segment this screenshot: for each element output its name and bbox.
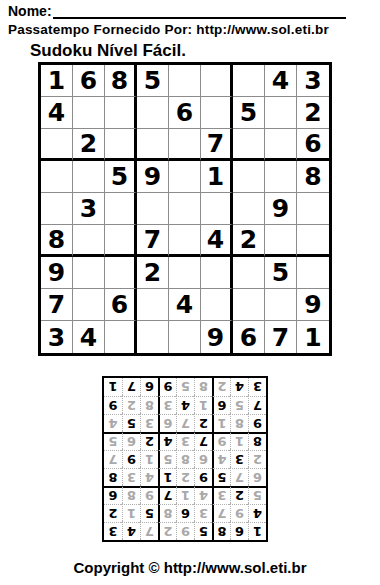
solution-cell-r8c6: 3 [158,396,176,414]
puzzle-cell-r5c2: 3 [73,193,105,225]
solution-cell-r9c8: 7 [122,378,140,396]
solution-cell-r8c4: 1 [194,396,212,414]
solution-cell-r2c2: 9 [230,504,248,522]
puzzle-cell-r7c1: 9 [41,257,73,289]
puzzle-cell-r8c8 [265,289,297,321]
sudoku-puzzle-page: Nome: Passatempo Fornecido Por: http://w… [0,0,380,585]
solution-cell-r3c8: 8 [122,486,140,504]
provided-by-text: Passatempo Fornecido Por: http://www.sol… [8,22,329,37]
puzzle-cell-r4c3: 5 [105,161,137,193]
puzzle-cell-r9c5 [169,321,201,353]
puzzle-cell-r4c4: 9 [137,161,169,193]
solution-cell-r5c3: 4 [212,450,230,468]
puzzle-cell-r7c9 [297,257,329,289]
puzzle-cell-r2c7: 5 [233,97,265,129]
puzzle-cell-r4c1 [41,161,73,193]
solution-cell-r2c1: 4 [248,504,266,522]
puzzle-cell-r3c3 [105,129,137,161]
puzzle-cell-r8c1: 7 [41,289,73,321]
solution-cell-r8c7: 8 [140,396,158,414]
puzzle-cell-r1c2: 6 [73,65,105,97]
solution-cell-r6c7: 2 [140,432,158,450]
puzzle-cell-r5c1 [41,193,73,225]
solution-cell-r2c4: 3 [194,504,212,522]
puzzle-cell-r8c4 [137,289,169,321]
solution-cell-r5c4: 6 [194,450,212,468]
solution-cell-r2c7: 5 [140,504,158,522]
puzzle-cell-r7c7 [233,257,265,289]
main-sudoku-grid: 168543465227659183987429257649349671 [38,62,332,356]
puzzle-cell-r5c4 [137,193,169,225]
solution-cell-r3c7: 9 [140,486,158,504]
solution-cell-r9c9: 1 [104,378,122,396]
solution-cell-r1c5: 9 [176,522,194,540]
solution-cell-r9c5: 5 [176,378,194,396]
puzzle-cell-r8c2 [73,289,105,321]
puzzle-cell-r3c9: 6 [297,129,329,161]
solution-cell-r5c8: 9 [122,450,140,468]
puzzle-cell-r3c2: 2 [73,129,105,161]
puzzle-cell-r1c8: 4 [265,65,297,97]
solution-cell-r7c9: 4 [104,414,122,432]
puzzle-cell-r9c3 [105,321,137,353]
solution-cell-r5c9: 7 [104,450,122,468]
puzzle-cell-r6c3 [105,225,137,257]
solution-cell-r8c2: 5 [230,396,248,414]
solution-cell-r2c9: 2 [104,504,122,522]
solution-cell-r5c7: 1 [140,450,158,468]
solution-cell-r8c8: 2 [122,396,140,414]
puzzle-cell-r9c4 [137,321,169,353]
puzzle-cell-r1c9: 3 [297,65,329,97]
puzzle-cell-r7c8: 5 [265,257,297,289]
solution-cell-r1c4: 5 [194,522,212,540]
solution-cell-r7c5: 7 [176,414,194,432]
solution-sudoku-grid: 1685927434973685125234179866759214382346… [102,376,268,542]
solution-cell-r2c5: 6 [176,504,194,522]
solution-cell-r6c2: 1 [230,432,248,450]
puzzle-cell-r6c9 [297,225,329,257]
puzzle-cell-r2c5: 6 [169,97,201,129]
solution-cell-r8c5: 4 [176,396,194,414]
solution-cell-r2c6: 8 [158,504,176,522]
solution-cell-r3c4: 4 [194,486,212,504]
puzzle-cell-r4c9: 8 [297,161,329,193]
puzzle-cell-r1c3: 8 [105,65,137,97]
puzzle-cell-r7c2 [73,257,105,289]
solution-cell-r5c2: 3 [230,450,248,468]
puzzle-cell-r5c7 [233,193,265,225]
puzzle-cell-r3c5 [169,129,201,161]
puzzle-cell-r2c3 [105,97,137,129]
puzzle-cell-r9c8: 7 [265,321,297,353]
solution-cell-r8c9: 9 [104,396,122,414]
solution-cell-r2c8: 1 [122,504,140,522]
solution-cell-r9c1: 3 [248,378,266,396]
solution-cell-r7c7: 3 [140,414,158,432]
puzzle-cell-r6c2 [73,225,105,257]
solution-cell-r1c2: 6 [230,522,248,540]
puzzle-cell-r4c8 [265,161,297,193]
puzzle-cell-r6c4: 7 [137,225,169,257]
puzzle-cell-r6c5 [169,225,201,257]
solution-cell-r9c3: 2 [212,378,230,396]
name-underline [53,4,346,19]
puzzle-cell-r6c1: 8 [41,225,73,257]
solution-cell-r4c5: 2 [176,468,194,486]
puzzle-cell-r2c6 [201,97,233,129]
solution-cell-r1c1: 1 [248,522,266,540]
solution-cell-r6c4: 7 [194,432,212,450]
solution-cell-r9c6: 9 [158,378,176,396]
solution-cell-r9c7: 6 [140,378,158,396]
solution-cell-r6c8: 6 [122,432,140,450]
puzzle-cell-r9c1: 3 [41,321,73,353]
puzzle-cell-r8c7 [233,289,265,321]
solution-cell-r3c2: 2 [230,486,248,504]
puzzle-cell-r7c6 [201,257,233,289]
solution-cell-r6c3: 9 [212,432,230,450]
puzzle-cell-r4c2 [73,161,105,193]
solution-cell-r6c5: 3 [176,432,194,450]
puzzle-cell-r3c7 [233,129,265,161]
puzzle-cell-r5c9 [297,193,329,225]
solution-cell-r4c6: 1 [158,468,176,486]
solution-cell-r4c2: 7 [230,468,248,486]
solution-cell-r3c3: 3 [212,486,230,504]
solution-cell-r5c1: 2 [248,450,266,468]
solution-cell-r7c3: 1 [212,414,230,432]
puzzle-cell-r4c7 [233,161,265,193]
solution-cell-r6c9: 5 [104,432,122,450]
puzzle-cell-r7c3 [105,257,137,289]
puzzle-cell-r2c8 [265,97,297,129]
solution-cell-r5c5: 8 [176,450,194,468]
solution-cell-r1c9: 3 [104,522,122,540]
solution-cell-r3c6: 7 [158,486,176,504]
puzzle-cell-r2c1: 4 [41,97,73,129]
puzzle-cell-r2c2 [73,97,105,129]
puzzle-cell-r1c6 [201,65,233,97]
puzzle-cell-r9c6: 9 [201,321,233,353]
puzzle-cell-r1c4: 5 [137,65,169,97]
page-title: Sudoku Nível Fácil. [30,41,186,61]
solution-cell-r2c3: 7 [212,504,230,522]
puzzle-cell-r6c6: 4 [201,225,233,257]
puzzle-cell-r9c9: 1 [297,321,329,353]
solution-cell-r4c7: 4 [140,468,158,486]
solution-cell-r3c5: 1 [176,486,194,504]
puzzle-cell-r8c3: 6 [105,289,137,321]
solution-cell-r7c6: 6 [158,414,176,432]
copyright-text: Copyright © http://www.sol.eti.br [0,559,380,576]
puzzle-cell-r3c8 [265,129,297,161]
name-label: Nome: [8,3,52,19]
solution-cell-r9c4: 8 [194,378,212,396]
puzzle-cell-r5c6 [201,193,233,225]
solution-cell-r6c6: 4 [158,432,176,450]
puzzle-cell-r9c7: 6 [233,321,265,353]
puzzle-cell-r8c5: 4 [169,289,201,321]
solution-cell-r1c7: 7 [140,522,158,540]
solution-cell-r1c3: 8 [212,522,230,540]
solution-cell-r7c2: 8 [230,414,248,432]
puzzle-cell-r5c3 [105,193,137,225]
puzzle-cell-r4c6: 1 [201,161,233,193]
solution-cell-r3c9: 6 [104,486,122,504]
solution-cell-r1c6: 2 [158,522,176,540]
solution-cell-r3c1: 5 [248,486,266,504]
puzzle-cell-r1c1: 1 [41,65,73,97]
puzzle-cell-r5c8: 9 [265,193,297,225]
puzzle-cell-r4c5 [169,161,201,193]
puzzle-cell-r2c4 [137,97,169,129]
solution-cell-r8c3: 6 [212,396,230,414]
puzzle-cell-r7c4: 2 [137,257,169,289]
solution-cell-r4c9: 8 [104,468,122,486]
solution-cell-r4c1: 6 [248,468,266,486]
puzzle-cell-r3c1 [41,129,73,161]
solution-cell-r7c8: 5 [122,414,140,432]
puzzle-cell-r2c9: 2 [297,97,329,129]
puzzle-cell-r9c2: 4 [73,321,105,353]
puzzle-cell-r8c9: 9 [297,289,329,321]
puzzle-cell-r3c6: 7 [201,129,233,161]
puzzle-cell-r3c4 [137,129,169,161]
puzzle-cell-r6c8 [265,225,297,257]
solution-cell-r7c4: 2 [194,414,212,432]
name-row: Nome: [8,3,346,19]
solution-cell-r6c1: 8 [248,432,266,450]
solution-cell-r4c8: 3 [122,468,140,486]
puzzle-cell-r1c7 [233,65,265,97]
puzzle-cell-r8c6 [201,289,233,321]
solution-cell-r9c2: 4 [230,378,248,396]
puzzle-cell-r1c5 [169,65,201,97]
solution-cell-r1c8: 4 [122,522,140,540]
solution-cell-r8c1: 7 [248,396,266,414]
solution-cell-r4c3: 5 [212,468,230,486]
puzzle-cell-r6c7: 2 [233,225,265,257]
solution-cell-r5c6: 5 [158,450,176,468]
solution-cell-r4c4: 9 [194,468,212,486]
puzzle-cell-r5c5 [169,193,201,225]
solution-cell-r7c1: 9 [248,414,266,432]
puzzle-cell-r7c5 [169,257,201,289]
